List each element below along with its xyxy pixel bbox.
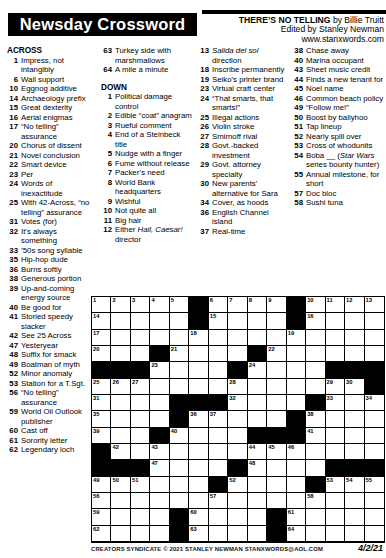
clue-down-58: 58Sushi tuna <box>291 198 384 208</box>
black-cell-r5c2 <box>111 362 130 378</box>
cell-r14c6[interactable]: 60 <box>189 509 208 525</box>
cell-r5c11[interactable] <box>287 362 306 378</box>
cell-r7c2[interactable] <box>111 395 130 411</box>
cell-r4c1[interactable]: 20 <box>92 346 111 362</box>
cell-r12c1[interactable]: 49 <box>92 477 111 493</box>
cell-r13c4[interactable] <box>150 493 169 509</box>
cell-r15c8[interactable] <box>228 526 247 542</box>
cell-r3c1[interactable]: 17 <box>92 330 111 346</box>
cell-r8c14[interactable] <box>345 411 364 427</box>
cell-r6c7[interactable] <box>209 379 228 395</box>
cell-r12c9[interactable] <box>248 477 267 493</box>
cell-r12c15[interactable]: 55 <box>365 477 384 493</box>
cell-r9c8[interactable] <box>228 428 247 444</box>
black-cell-r14c10 <box>267 509 286 525</box>
cell-number: 57 <box>210 493 216 500</box>
cell-number: 64 <box>288 526 294 533</box>
cell-r8c8[interactable] <box>228 411 247 427</box>
cell-r9c7[interactable] <box>209 428 228 444</box>
cell-r7c1[interactable]: 31 <box>92 395 111 411</box>
cell-r4c5[interactable]: 21 <box>170 346 189 362</box>
cell-number: 21 <box>171 346 177 353</box>
cell-r4c7[interactable] <box>209 346 228 362</box>
cell-r13c14[interactable] <box>345 493 364 509</box>
cell-r12c14[interactable]: 54 <box>345 477 364 493</box>
clue-across-38: 38Generous portion <box>6 274 94 284</box>
cell-r6c8[interactable]: 28 <box>228 379 247 395</box>
cell-r7c3[interactable] <box>131 395 150 411</box>
cell-r5c12[interactable] <box>306 362 325 378</box>
cell-r8c9[interactable] <box>248 411 267 427</box>
cell-number: 2 <box>112 297 115 304</box>
cell-r10c14[interactable] <box>345 444 364 460</box>
cell-r8c13[interactable] <box>326 411 345 427</box>
clue-text: Tap lineup <box>306 122 384 132</box>
clue-column-2: 63Turkey side with marshmallows64A mile … <box>100 46 193 244</box>
cell-r13c7[interactable]: 57 <box>209 493 228 509</box>
cell-r13c11[interactable] <box>287 493 306 509</box>
across-heading: ACROSS <box>7 46 94 56</box>
cell-r13c9[interactable] <box>248 493 267 509</box>
cell-r6c11[interactable] <box>287 379 306 395</box>
cell-r15c15[interactable] <box>365 526 384 542</box>
clue-number: 31 <box>6 217 21 227</box>
clue-number: 50 <box>291 113 306 123</box>
cell-r8c3[interactable] <box>131 411 150 427</box>
cell-r1c1[interactable]: 1 <box>92 297 111 313</box>
cell-r1c10[interactable]: 9 <box>267 297 286 313</box>
clue-number: 2 <box>100 111 115 121</box>
cell-r13c5[interactable] <box>170 493 189 509</box>
clue-text: Not quite all <box>115 206 193 216</box>
cell-r4c14[interactable] <box>345 346 364 362</box>
cell-r8c2[interactable] <box>111 411 130 427</box>
cell-r5c4[interactable]: 23 <box>150 362 169 378</box>
clue-across-36: 36Burns softly <box>6 265 94 275</box>
header-rule <box>202 10 386 14</box>
cell-r2c10[interactable] <box>267 313 286 329</box>
cell-number: 44 <box>249 444 255 451</box>
clue-text: It’s always something <box>21 227 94 246</box>
cell-r12c6[interactable] <box>189 477 208 493</box>
clue-down-40: 40Marina occupant <box>291 56 384 66</box>
cell-r12c3[interactable]: 51 <box>131 477 150 493</box>
clue-number: 16 <box>6 113 21 123</box>
cell-r10c5[interactable] <box>170 444 189 460</box>
clue-down-49: 49“Follow me!” <box>291 103 384 113</box>
cell-r15c14[interactable] <box>345 526 364 542</box>
cell-r8c1[interactable]: 35 <box>92 411 111 427</box>
clue-text: Cover, as hoods <box>212 198 288 208</box>
cell-number: 35 <box>93 411 99 418</box>
cell-r8c7[interactable]: 37 <box>209 411 228 427</box>
cell-r2c5[interactable] <box>170 313 189 329</box>
cell-r7c14[interactable] <box>345 395 364 411</box>
cell-number: 23 <box>151 362 157 369</box>
cell-r13c2[interactable] <box>111 493 130 509</box>
cell-r8c12[interactable]: 38 <box>306 411 325 427</box>
cell-r2c8[interactable] <box>228 313 247 329</box>
cell-r15c9[interactable] <box>248 526 267 542</box>
cell-r12c5[interactable] <box>170 477 189 493</box>
cell-r9c3[interactable] <box>131 428 150 444</box>
clue-number: 5 <box>100 149 115 159</box>
cell-number: 4 <box>151 297 154 304</box>
cell-r3c14[interactable] <box>345 330 364 346</box>
cell-r10c13[interactable] <box>326 444 345 460</box>
black-cell-r9c9 <box>248 428 267 444</box>
cell-r13c10[interactable] <box>267 493 286 509</box>
cell-r11c10[interactable] <box>267 460 286 476</box>
cell-r12c11[interactable] <box>287 477 306 493</box>
black-cell-r9c4 <box>150 428 169 444</box>
cell-r3c8[interactable] <box>228 330 247 346</box>
crossword-grid: 1234567891011121314151617181920212223242… <box>91 296 385 543</box>
cell-r6c2[interactable]: 26 <box>111 379 130 395</box>
cell-r1c8[interactable]: 7 <box>228 297 247 313</box>
clue-across-23: 23Per <box>6 170 94 180</box>
clue-number: 38 <box>291 46 306 56</box>
clue-down-25: 25Illegal actions <box>197 113 288 123</box>
cell-r15c3[interactable] <box>131 526 150 542</box>
cell-r7c8[interactable]: 32 <box>228 395 247 411</box>
clue-down-26: 26Violin stroke <box>197 122 288 132</box>
cell-number: 56 <box>93 493 99 500</box>
cell-r13c13[interactable] <box>326 493 345 509</box>
cell-r1c5[interactable]: 5 <box>170 297 189 313</box>
cell-number: 13 <box>366 297 372 304</box>
cell-r3c15[interactable] <box>365 330 384 346</box>
cell-r3c5[interactable] <box>170 330 189 346</box>
clue-down-12: 12Either Hail, Caesar! director <box>100 225 193 244</box>
cell-r6c12[interactable] <box>306 379 325 395</box>
clue-number: 64 <box>100 65 115 75</box>
cell-r7c4[interactable] <box>150 395 169 411</box>
cell-r2c7[interactable]: 15 <box>209 313 228 329</box>
cell-number: 63 <box>190 526 196 533</box>
cell-r10c4[interactable]: 43 <box>150 444 169 460</box>
cell-r1c12[interactable]: 10 <box>306 297 325 313</box>
clue-number: 43 <box>291 65 306 75</box>
clue-text: Smart device <box>21 160 94 170</box>
cell-r9c6[interactable] <box>189 428 208 444</box>
black-cell-r1c11 <box>287 297 306 313</box>
clue-number: 48 <box>6 350 21 360</box>
cell-r2c9[interactable] <box>248 313 267 329</box>
clue-number: 36 <box>197 208 212 227</box>
cell-r9c12[interactable]: 41 <box>306 428 325 444</box>
cell-r6c6[interactable] <box>189 379 208 395</box>
cell-r4c15[interactable] <box>365 346 384 362</box>
cell-number: 18 <box>190 330 196 337</box>
cell-r3c10[interactable] <box>267 330 286 346</box>
cell-r4c6[interactable] <box>189 346 208 362</box>
cell-r2c12[interactable]: 16 <box>306 313 325 329</box>
cell-number: 58 <box>307 493 313 500</box>
cell-r3c7[interactable] <box>209 330 228 346</box>
clue-number: 40 <box>6 303 21 313</box>
cell-r14c4[interactable] <box>150 509 169 525</box>
clue-number: 54 <box>291 151 306 170</box>
cell-r12c10[interactable] <box>267 477 286 493</box>
cell-number: 41 <box>307 428 313 435</box>
cell-r14c3[interactable] <box>131 509 150 525</box>
clue-down-55: 55Annual milestone, for short <box>291 170 384 189</box>
cell-r1c2[interactable]: 2 <box>111 297 130 313</box>
cell-r11c5[interactable] <box>170 460 189 476</box>
cell-r2c3[interactable] <box>131 313 150 329</box>
cell-r3c13[interactable] <box>326 330 345 346</box>
cell-r1c7[interactable]: 6 <box>209 297 228 313</box>
black-cell-r11c2 <box>111 460 130 476</box>
cell-r2c15[interactable] <box>365 313 384 329</box>
cell-r1c9[interactable]: 8 <box>248 297 267 313</box>
cell-r15c2[interactable] <box>111 526 130 542</box>
cell-r3c2[interactable] <box>111 330 130 346</box>
clue-number: 52 <box>291 132 306 142</box>
cell-number: 37 <box>210 411 216 418</box>
cell-r3c9[interactable] <box>248 330 267 346</box>
clue-across-1: 1Impress, not intangibly <box>6 56 94 75</box>
cell-r3c4[interactable] <box>150 330 169 346</box>
cell-r11c11[interactable] <box>287 460 306 476</box>
cell-r15c11[interactable]: 64 <box>287 526 306 542</box>
cell-r10c9[interactable]: 44 <box>248 444 267 460</box>
clue-column-4: 38Chase away40Marina occupant43Sheet mus… <box>291 46 384 208</box>
cell-r2c14[interactable] <box>345 313 364 329</box>
cell-r6c5[interactable] <box>170 379 189 395</box>
clue-text: Illegal actions <box>212 113 288 123</box>
cell-r13c6[interactable] <box>189 493 208 509</box>
cell-r12c2[interactable]: 50 <box>111 477 130 493</box>
black-cell-r5c15 <box>365 362 384 378</box>
clue-down-18: 18Inscribe permanently <box>197 65 288 75</box>
cell-r14c15[interactable] <box>365 509 384 525</box>
cell-r1c15[interactable]: 13 <box>365 297 384 313</box>
clue-across-61: 61Sorority letter <box>6 436 94 446</box>
cell-r10c15[interactable] <box>365 444 384 460</box>
cell-r9c15[interactable] <box>365 428 384 444</box>
clue-across-17: 17“No telling” assurance <box>6 122 94 141</box>
cell-r10c3[interactable] <box>131 444 150 460</box>
cell-number: 39 <box>93 428 99 435</box>
black-cell-r15c10 <box>267 526 286 542</box>
black-cell-r7c5 <box>170 395 189 411</box>
black-cell-r5c1 <box>92 362 111 378</box>
cell-r12c13[interactable]: 53 <box>326 477 345 493</box>
cell-r6c10[interactable] <box>267 379 286 395</box>
cell-r14c1[interactable]: 59 <box>92 509 111 525</box>
cell-r9c1[interactable]: 39 <box>92 428 111 444</box>
copyright-credit: CREATORS SYNDICATE © 2021 STANLEY NEWMAN… <box>91 546 323 552</box>
cell-r8c6[interactable]: 36 <box>189 411 208 427</box>
clue-down-11: 11Big hair <box>100 216 193 226</box>
cell-r9c13[interactable] <box>326 428 345 444</box>
cell-r6c9[interactable] <box>248 379 267 395</box>
cell-r4c10[interactable]: 22 <box>267 346 286 362</box>
cell-r15c1[interactable]: 62 <box>92 526 111 542</box>
cell-number: 30 <box>346 379 352 386</box>
cell-r14c11[interactable]: 61 <box>287 509 306 525</box>
cell-r14c14[interactable] <box>345 509 364 525</box>
cell-r14c9[interactable] <box>248 509 267 525</box>
clue-text: Storied speedy slacker <box>21 312 94 331</box>
cell-r6c1[interactable]: 25 <box>92 379 111 395</box>
cell-r4c12[interactable] <box>306 346 325 362</box>
cell-r3c6[interactable]: 18 <box>189 330 208 346</box>
cell-r8c10[interactable] <box>267 411 286 427</box>
clue-number: 1 <box>6 56 21 75</box>
cell-r6c4[interactable] <box>150 379 169 395</box>
cell-r8c15[interactable] <box>365 411 384 427</box>
clue-text: Seiko’s printer brand <box>212 75 288 85</box>
cell-r2c2[interactable] <box>111 313 130 329</box>
cell-r10c8[interactable] <box>228 444 247 460</box>
clue-text: Noel name <box>306 84 384 94</box>
clue-text: World Bank headquarters <box>115 178 193 197</box>
cell-r2c1[interactable]: 14 <box>92 313 111 329</box>
cell-r11c6[interactable] <box>189 460 208 476</box>
black-cell-r5c8 <box>228 362 247 378</box>
clue-down-6: 6Fume without release <box>100 159 193 169</box>
clue-across-59: 59World Oil Outlook publisher <box>6 407 94 426</box>
cell-number: 28 <box>229 379 235 386</box>
cell-r15c13[interactable] <box>326 526 345 542</box>
clue-text: Chorus of dissent <box>21 141 94 151</box>
cell-r5c6[interactable] <box>189 362 208 378</box>
clue-across-15: 15Great dexterity <box>6 103 94 113</box>
cell-r10c7[interactable] <box>209 444 228 460</box>
black-cell-r10c1 <box>92 444 111 460</box>
clue-number: 34 <box>197 198 212 208</box>
cell-r10c11[interactable]: 46 <box>287 444 306 460</box>
clue-number: 7 <box>100 168 115 178</box>
cell-r13c15[interactable] <box>365 493 384 509</box>
cell-r15c12[interactable] <box>306 526 325 542</box>
cell-r7c13[interactable]: 33 <box>326 395 345 411</box>
clue-down-27: 27Smirnoff rival <box>197 132 288 142</box>
cell-r4c2[interactable] <box>111 346 130 362</box>
clue-down-28: 28Govt.-backed investment <box>197 141 288 160</box>
clue-number: 44 <box>291 75 306 85</box>
clue-text: World Oil Outlook publisher <box>21 407 94 426</box>
clue-down-10: 10Not quite all <box>100 206 193 216</box>
cell-r14c7[interactable] <box>209 509 228 525</box>
cell-r6c13[interactable]: 29 <box>326 379 345 395</box>
clue-text: Hip-hop dude <box>21 255 94 265</box>
cell-number: 11 <box>327 297 333 304</box>
clue-text: Up-and-coming energy source <box>21 284 94 303</box>
cell-r9c2[interactable] <box>111 428 130 444</box>
cell-r4c13[interactable] <box>326 346 345 362</box>
cell-r14c13[interactable] <box>326 509 345 525</box>
clue-number: 35 <box>6 255 21 265</box>
cell-r14c8[interactable] <box>228 509 247 525</box>
clue-across-40: 40Be good for <box>6 303 94 313</box>
cell-r13c1[interactable]: 56 <box>92 493 111 509</box>
clue-text: Boatman of myth <box>21 360 94 370</box>
cell-r9c5[interactable]: 40 <box>170 428 189 444</box>
cell-r5c9[interactable]: 24 <box>248 362 267 378</box>
cell-number: 3 <box>132 297 135 304</box>
clue-across-39: 39Up-and-coming energy source <box>6 284 94 303</box>
clue-across-14: 14Archaeology prefix <box>6 94 94 104</box>
cell-r5c7[interactable] <box>209 362 228 378</box>
cell-number: 22 <box>268 346 274 353</box>
cell-r1c4[interactable]: 4 <box>150 297 169 313</box>
cell-r7c11[interactable] <box>287 395 306 411</box>
cell-r15c4[interactable] <box>150 526 169 542</box>
cell-r14c12[interactable] <box>306 509 325 525</box>
cell-r9c14[interactable] <box>345 428 364 444</box>
clue-number: 29 <box>197 160 212 179</box>
cell-r1c13[interactable]: 11 <box>326 297 345 313</box>
cell-number: 43 <box>151 444 157 451</box>
cell-r2c4[interactable] <box>150 313 169 329</box>
cell-r6c14[interactable]: 30 <box>345 379 364 395</box>
cell-r1c14[interactable]: 12 <box>345 297 364 313</box>
cell-r10c2[interactable]: 42 <box>111 444 130 460</box>
cell-r13c8[interactable] <box>228 493 247 509</box>
cell-r15c6[interactable]: 63 <box>189 526 208 542</box>
clue-column-3: 13Salida del sol direction18Inscribe per… <box>197 46 288 236</box>
cell-r4c11[interactable] <box>287 346 306 362</box>
cell-r3c3[interactable] <box>131 330 150 346</box>
cell-r13c3[interactable] <box>131 493 150 509</box>
cell-r13c12[interactable]: 58 <box>306 493 325 509</box>
cell-r3c11[interactable]: 19 <box>287 330 306 346</box>
website-link[interactable]: www.stanxwords.com <box>239 35 384 44</box>
clue-across-35: 35Hip-hop dude <box>6 255 94 265</box>
cell-r4c8[interactable] <box>228 346 247 362</box>
cell-r10c12[interactable] <box>306 444 325 460</box>
cell-r11c4[interactable]: 47 <box>150 460 169 476</box>
clue-text: Legendary loch <box>21 445 94 455</box>
cell-r10c6[interactable] <box>189 444 208 460</box>
cell-r7c10[interactable] <box>267 395 286 411</box>
clue-text: New parents’ alternative for Sara <box>212 179 288 198</box>
clue-number: 3 <box>100 121 115 131</box>
cell-r12c8[interactable]: 52 <box>228 477 247 493</box>
black-cell-r7c7 <box>209 395 228 411</box>
black-cell-r1c6 <box>189 297 208 313</box>
black-cell-r9c10 <box>267 428 286 444</box>
cell-r4c3[interactable] <box>131 346 150 362</box>
cell-r10c10[interactable]: 45 <box>267 444 286 460</box>
cell-r8c4[interactable] <box>150 411 169 427</box>
cell-r7c15[interactable]: 34 <box>365 395 384 411</box>
cell-r3c12[interactable] <box>306 330 325 346</box>
cell-r7c9[interactable] <box>248 395 267 411</box>
cell-r2c13[interactable] <box>326 313 345 329</box>
cell-r5c5[interactable] <box>170 362 189 378</box>
cell-number: 53 <box>327 477 333 484</box>
cell-r1c3[interactable]: 3 <box>131 297 150 313</box>
cell-r6c3[interactable]: 27 <box>131 379 150 395</box>
clue-down-44: 44Finds a new tenant for <box>291 75 384 85</box>
cell-r12c4[interactable] <box>150 477 169 493</box>
cell-r11c12[interactable] <box>306 460 325 476</box>
cell-number: 48 <box>249 460 255 467</box>
cell-r14c2[interactable] <box>111 509 130 525</box>
cell-number: 5 <box>171 297 174 304</box>
cell-r11c9[interactable]: 48 <box>248 460 267 476</box>
cell-r15c7[interactable] <box>209 526 228 542</box>
cell-r11c7[interactable] <box>209 460 228 476</box>
crossword-page: Newsday Crossword THERE’S NO TELLING by … <box>0 0 386 558</box>
clue-down-24: 24“That smarts, that smarts!” <box>197 94 288 113</box>
cell-r5c10[interactable] <box>267 362 286 378</box>
